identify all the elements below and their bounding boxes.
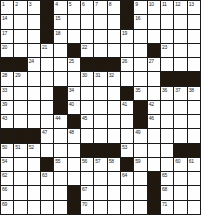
black-square-r11-c9 xyxy=(108,144,120,157)
cell-r6-c5[interactable] xyxy=(54,72,66,85)
cell-r14-c10[interactable] xyxy=(121,186,133,199)
clue-number: 66 xyxy=(2,186,7,192)
cell-r5-c15[interactable] xyxy=(188,58,200,71)
cell-r2-c1[interactable]: 14 xyxy=(1,15,13,28)
clue-number: 51 xyxy=(15,144,20,150)
cell-r12-c9[interactable]: 58 xyxy=(108,158,120,171)
black-square-r15-c6 xyxy=(68,201,80,214)
cell-r9-c13[interactable] xyxy=(161,115,173,128)
cell-r14-c8[interactable] xyxy=(94,186,106,199)
cell-r3-c5[interactable]: 18 xyxy=(54,30,66,43)
cell-r5-c3[interactable]: 24 xyxy=(28,58,40,71)
cell-r1-c5[interactable]: 4 xyxy=(54,1,66,14)
cell-r13-c3[interactable] xyxy=(28,172,40,185)
clue-number: 5 xyxy=(69,1,71,7)
cell-r11-c11[interactable] xyxy=(134,144,146,157)
cell-r8-c9[interactable] xyxy=(108,101,120,114)
cell-r3-c8[interactable] xyxy=(94,30,106,43)
cell-r15-c10[interactable] xyxy=(121,201,133,214)
clue-number: 2 xyxy=(15,1,17,7)
black-square-r11-c8 xyxy=(94,144,106,157)
cell-r7-c2[interactable] xyxy=(14,87,26,100)
black-square-r2-c4 xyxy=(41,15,53,28)
cell-r8-c14[interactable] xyxy=(174,101,186,114)
black-square-r2-c10 xyxy=(121,15,133,28)
clue-number: 8 xyxy=(109,1,111,7)
clue-number: 29 xyxy=(15,72,20,78)
black-square-r8-c5 xyxy=(54,101,66,114)
cell-r15-c14[interactable] xyxy=(174,201,186,214)
clue-number: 71 xyxy=(162,201,167,207)
cell-r3-c11[interactable] xyxy=(134,30,146,43)
cell-r12-c7[interactable]: 56 xyxy=(81,158,93,171)
cell-r7-c1[interactable]: 33 xyxy=(1,87,13,100)
cell-r13-c15[interactable] xyxy=(188,172,200,185)
cell-r4-c10[interactable] xyxy=(121,44,133,57)
clue-number: 70 xyxy=(82,201,87,207)
cell-r8-c6[interactable]: 40 xyxy=(68,101,80,114)
cell-r14-c9[interactable] xyxy=(108,186,120,199)
cell-r12-c14[interactable]: 60 xyxy=(174,158,186,171)
cell-r10-c15[interactable] xyxy=(188,129,200,142)
clue-number: 43 xyxy=(2,115,7,121)
cell-r1-c15[interactable]: 13 xyxy=(188,1,200,14)
clue-number: 64 xyxy=(122,172,127,178)
cell-r3-c6[interactable] xyxy=(68,30,80,43)
cell-r7-c4[interactable] xyxy=(41,87,53,100)
clue-number: 23 xyxy=(162,44,167,50)
cell-r5-c12[interactable]: 27 xyxy=(148,58,160,71)
cell-r2-c7[interactable] xyxy=(81,15,93,28)
cell-r12-c5[interactable]: 55 xyxy=(54,158,66,171)
cell-r3-c7[interactable] xyxy=(81,30,93,43)
black-square-r15-c12 xyxy=(148,201,160,214)
cell-r8-c7[interactable] xyxy=(81,101,93,114)
cell-r12-c13[interactable] xyxy=(161,158,173,171)
clue-number: 57 xyxy=(95,158,100,164)
cell-r6-c1[interactable]: 28 xyxy=(1,72,13,85)
cell-r14-c7[interactable]: 67 xyxy=(81,186,93,199)
cell-r3-c9[interactable] xyxy=(108,30,120,43)
black-square-r5-c7 xyxy=(81,58,93,71)
cell-r14-c11[interactable] xyxy=(134,186,146,199)
cell-r15-c1[interactable]: 69 xyxy=(1,201,13,214)
clue-number: 10 xyxy=(149,1,154,7)
clue-number: 31 xyxy=(95,72,100,78)
cell-r14-c2[interactable] xyxy=(14,186,26,199)
cell-r12-c8[interactable]: 57 xyxy=(94,158,106,171)
black-square-r8-c11 xyxy=(134,101,146,114)
cell-r8-c2[interactable] xyxy=(14,101,26,114)
clue-number: 6 xyxy=(82,1,84,7)
cell-r8-c4[interactable] xyxy=(41,101,53,114)
cell-r8-c1[interactable]: 39 xyxy=(1,101,13,114)
cell-r2-c8[interactable] xyxy=(94,15,106,28)
cell-r10-c14[interactable] xyxy=(174,129,186,142)
cell-r4-c11[interactable] xyxy=(134,44,146,57)
crossword-puzzle: 1234567891011121314151617181920212223242… xyxy=(0,0,201,215)
clue-number: 50 xyxy=(2,144,7,150)
black-square-r4-c6 xyxy=(68,44,80,57)
cell-r3-c1[interactable]: 17 xyxy=(1,30,13,43)
cell-r9-c14[interactable] xyxy=(174,115,186,128)
cell-r12-c15[interactable]: 61 xyxy=(188,158,200,171)
cell-r13-c1[interactable]: 62 xyxy=(1,172,13,185)
cell-r9-c8[interactable] xyxy=(94,115,106,128)
black-square-r5-c1 xyxy=(1,58,13,71)
cell-r9-c9[interactable] xyxy=(108,115,120,128)
clue-number: 27 xyxy=(149,58,154,64)
cell-r10-c7[interactable] xyxy=(81,129,93,142)
clue-number: 68 xyxy=(162,186,167,192)
cell-r12-c6[interactable] xyxy=(68,158,80,171)
cell-r8-c15[interactable] xyxy=(188,101,200,114)
cell-r9-c15[interactable] xyxy=(188,115,200,128)
cell-r13-c5[interactable] xyxy=(54,172,66,185)
clue-number: 9 xyxy=(135,1,137,7)
clue-number: 69 xyxy=(2,201,7,207)
cell-r1-c11[interactable]: 9 xyxy=(134,1,146,14)
cell-r13-c9[interactable] xyxy=(108,172,120,185)
cell-r4-c1[interactable]: 20 xyxy=(1,44,13,57)
clue-number: 44 xyxy=(55,115,60,121)
cell-r1-c8[interactable]: 7 xyxy=(94,1,106,14)
clue-number: 49 xyxy=(135,129,140,135)
clue-number: 14 xyxy=(2,15,7,21)
clue-number: 45 xyxy=(82,115,87,121)
cell-r9-c7[interactable]: 45 xyxy=(81,115,93,128)
cell-r12-c1[interactable]: 54 xyxy=(1,158,13,171)
cell-r9-c10[interactable] xyxy=(121,115,133,128)
cell-r1-c6[interactable]: 5 xyxy=(68,1,80,14)
clue-number: 61 xyxy=(189,158,194,164)
cell-r13-c2[interactable] xyxy=(14,172,26,185)
cell-r7-c15[interactable]: 38 xyxy=(188,87,200,100)
cell-r10-c4[interactable]: 47 xyxy=(41,129,53,142)
clue-number: 62 xyxy=(2,172,7,178)
cell-r14-c14[interactable] xyxy=(174,186,186,199)
black-square-r10-c2 xyxy=(14,129,26,142)
clue-number: 40 xyxy=(69,101,74,107)
clue-number: 55 xyxy=(55,158,60,164)
cell-r3-c2[interactable] xyxy=(14,30,26,43)
cell-r15-c7[interactable]: 70 xyxy=(81,201,93,214)
cell-r7-c7[interactable] xyxy=(81,87,93,100)
cell-r3-c12[interactable] xyxy=(148,30,160,43)
cell-r14-c5[interactable] xyxy=(54,186,66,199)
cell-r2-c12[interactable] xyxy=(148,15,160,28)
cell-r8-c13[interactable] xyxy=(161,101,173,114)
crossword-grid: 1234567891011121314151617181920212223242… xyxy=(0,0,201,215)
cell-r9-c2[interactable] xyxy=(14,115,26,128)
cell-r7-c13[interactable]: 36 xyxy=(161,87,173,100)
clue-number: 25 xyxy=(69,58,74,64)
cell-r6-c4[interactable] xyxy=(41,72,53,85)
cell-r3-c13[interactable] xyxy=(161,30,173,43)
cell-r4-c15[interactable] xyxy=(188,44,200,57)
clue-number: 37 xyxy=(175,87,180,93)
black-square-r7-c5 xyxy=(54,87,66,100)
clue-number: 63 xyxy=(42,172,47,178)
black-square-r14-c6 xyxy=(68,186,80,199)
clue-number: 15 xyxy=(55,15,60,21)
cell-r2-c15[interactable] xyxy=(188,15,200,28)
cell-r3-c10[interactable]: 19 xyxy=(121,30,133,43)
cell-r4-c14[interactable] xyxy=(174,44,186,57)
cell-r11-c10[interactable]: 53 xyxy=(121,144,133,157)
cell-r7-c12[interactable] xyxy=(148,87,160,100)
clue-number: 56 xyxy=(82,158,87,164)
black-square-r10-c3 xyxy=(28,129,40,142)
cell-r6-c3[interactable] xyxy=(28,72,40,85)
clue-number: 53 xyxy=(122,144,127,150)
clue-number: 67 xyxy=(82,186,87,192)
cell-r2-c13[interactable] xyxy=(161,15,173,28)
cell-r13-c8[interactable] xyxy=(94,172,106,185)
cell-r10-c6[interactable]: 48 xyxy=(68,129,80,142)
cell-r6-c12[interactable] xyxy=(148,72,160,85)
cell-r6-c11[interactable] xyxy=(134,72,146,85)
black-square-r14-c12 xyxy=(148,186,160,199)
cell-r10-c13[interactable] xyxy=(161,129,173,142)
clue-number: 22 xyxy=(82,44,87,50)
cell-r5-c5[interactable] xyxy=(54,58,66,71)
black-square-r7-c10 xyxy=(121,87,133,100)
clue-number: 17 xyxy=(2,30,7,36)
cell-r4-c8[interactable] xyxy=(94,44,106,57)
black-square-r6-c15 xyxy=(188,72,200,85)
black-square-r12-c4 xyxy=(41,158,53,171)
cell-r6-c7[interactable]: 30 xyxy=(81,72,93,85)
cell-r6-c9[interactable]: 32 xyxy=(108,72,120,85)
black-square-r11-c7 xyxy=(81,144,93,157)
clue-number: 46 xyxy=(149,115,154,121)
cell-r11-c2[interactable]: 51 xyxy=(14,144,26,157)
cell-r9-c12[interactable]: 46 xyxy=(148,115,160,128)
cell-r13-c14[interactable] xyxy=(174,172,186,185)
black-square-r5-c8 xyxy=(94,58,106,71)
clue-number: 47 xyxy=(42,129,47,135)
cell-r7-c3[interactable] xyxy=(28,87,40,100)
cell-r8-c8[interactable] xyxy=(94,101,106,114)
cell-r4-c9[interactable] xyxy=(108,44,120,57)
cell-r13-c4[interactable]: 63 xyxy=(41,172,53,185)
clue-number: 19 xyxy=(122,30,127,36)
black-square-r5-c9 xyxy=(108,58,120,71)
clue-number: 65 xyxy=(162,172,167,178)
cell-r11-c1[interactable]: 50 xyxy=(1,144,13,157)
cell-r13-c6[interactable] xyxy=(68,172,80,185)
cell-r7-c8[interactable] xyxy=(94,87,106,100)
cell-r15-c5[interactable] xyxy=(54,201,66,214)
clue-number: 4 xyxy=(55,1,57,7)
cell-r5-c6[interactable]: 25 xyxy=(68,58,80,71)
clue-number: 36 xyxy=(162,87,167,93)
clue-number: 21 xyxy=(42,44,47,50)
cell-r4-c7[interactable]: 22 xyxy=(81,44,93,57)
cell-r10-c12[interactable] xyxy=(148,129,160,142)
clue-number: 28 xyxy=(2,72,7,78)
clue-number: 13 xyxy=(189,1,194,7)
cell-r9-c4[interactable] xyxy=(41,115,53,128)
clue-number: 48 xyxy=(69,129,74,135)
clue-number: 3 xyxy=(29,1,31,7)
clue-number: 59 xyxy=(135,158,140,164)
cell-r2-c9[interactable] xyxy=(108,15,120,28)
cell-r6-c2[interactable]: 29 xyxy=(14,72,26,85)
black-square-r1-c10 xyxy=(121,1,133,14)
clue-number: 34 xyxy=(69,87,74,93)
cell-r4-c2[interactable] xyxy=(14,44,26,57)
cell-r15-c4[interactable] xyxy=(41,201,53,214)
cell-r11-c3[interactable]: 52 xyxy=(28,144,40,157)
clue-number: 38 xyxy=(189,87,194,93)
cell-r3-c14[interactable] xyxy=(174,30,186,43)
black-square-r6-c14 xyxy=(174,72,186,85)
cell-r7-c9[interactable] xyxy=(108,87,120,100)
cell-r15-c11[interactable] xyxy=(134,201,146,214)
cell-r10-c9[interactable] xyxy=(108,129,120,142)
black-square-r11-c15 xyxy=(188,144,200,157)
black-square-r12-c10 xyxy=(121,158,133,171)
cell-r2-c14[interactable] xyxy=(174,15,186,28)
cell-r8-c3[interactable] xyxy=(28,101,40,114)
cell-r5-c14[interactable] xyxy=(174,58,186,71)
cell-r7-c11[interactable]: 35 xyxy=(134,87,146,100)
cell-r13-c7[interactable] xyxy=(81,172,93,185)
cell-r13-c11[interactable] xyxy=(134,172,146,185)
cell-r15-c3[interactable] xyxy=(28,201,40,214)
clue-number: 42 xyxy=(149,101,154,107)
cell-r10-c10[interactable] xyxy=(121,129,133,142)
cell-r11-c6[interactable] xyxy=(68,144,80,157)
cell-r8-c12[interactable]: 42 xyxy=(148,101,160,114)
cell-r6-c6[interactable] xyxy=(68,72,80,85)
clue-number: 20 xyxy=(2,44,7,50)
clue-number: 60 xyxy=(175,158,180,164)
cell-r5-c10[interactable]: 26 xyxy=(121,58,133,71)
black-square-r5-c2 xyxy=(14,58,26,71)
clue-number: 41 xyxy=(122,101,127,107)
clue-number: 1 xyxy=(2,1,4,7)
cell-r12-c11[interactable]: 59 xyxy=(134,158,146,171)
cell-r4-c3[interactable] xyxy=(28,44,40,57)
cell-r13-c13[interactable]: 65 xyxy=(161,172,173,185)
cell-r14-c4[interactable] xyxy=(41,186,53,199)
clue-number: 24 xyxy=(29,58,34,64)
cell-r14-c3[interactable] xyxy=(28,186,40,199)
clue-number: 52 xyxy=(29,144,34,150)
cell-r10-c8[interactable] xyxy=(94,129,106,142)
cell-r3-c3[interactable] xyxy=(28,30,40,43)
clue-number: 39 xyxy=(2,101,7,107)
cell-r11-c4[interactable] xyxy=(41,144,53,157)
clue-number: 33 xyxy=(2,87,7,93)
cell-r2-c11[interactable]: 16 xyxy=(134,15,146,28)
cell-r12-c2[interactable] xyxy=(14,158,26,171)
cell-r7-c14[interactable]: 37 xyxy=(174,87,186,100)
cell-r1-c7[interactable]: 6 xyxy=(81,1,93,14)
cell-r6-c8[interactable]: 31 xyxy=(94,72,106,85)
clue-number: 32 xyxy=(109,72,114,78)
cell-r11-c5[interactable] xyxy=(54,144,66,157)
cell-r14-c15[interactable] xyxy=(188,186,200,199)
cell-r2-c5[interactable]: 15 xyxy=(54,15,66,28)
clue-number: 16 xyxy=(135,15,140,21)
cell-r8-c10[interactable]: 41 xyxy=(121,101,133,114)
black-square-r3-c4 xyxy=(41,30,53,43)
cell-r1-c3[interactable]: 3 xyxy=(28,1,40,14)
cell-r15-c2[interactable] xyxy=(14,201,26,214)
clue-number: 35 xyxy=(135,87,140,93)
cell-r1-c14[interactable]: 12 xyxy=(174,1,186,14)
cell-r9-c5[interactable]: 44 xyxy=(54,115,66,128)
cell-r11-c13[interactable] xyxy=(161,144,173,157)
cell-r9-c3[interactable] xyxy=(28,115,40,128)
black-square-r1-c4 xyxy=(41,1,53,14)
cell-r3-c15[interactable] xyxy=(188,30,200,43)
cell-r14-c13[interactable]: 68 xyxy=(161,186,173,199)
cell-r9-c1[interactable]: 43 xyxy=(1,115,13,128)
clue-number: 54 xyxy=(2,158,7,164)
clue-number: 12 xyxy=(175,1,180,7)
cell-r1-c9[interactable]: 8 xyxy=(108,1,120,14)
black-square-r10-c1 xyxy=(1,129,13,142)
cell-r1-c1[interactable]: 1 xyxy=(1,1,13,14)
cell-r5-c11[interactable] xyxy=(134,58,146,71)
black-square-r4-c12 xyxy=(148,44,160,57)
clue-number: 18 xyxy=(55,30,60,36)
clue-number: 30 xyxy=(82,72,87,78)
cell-r2-c2[interactable] xyxy=(14,15,26,28)
cell-r15-c15[interactable] xyxy=(188,201,200,214)
cell-r4-c4[interactable]: 21 xyxy=(41,44,53,57)
black-square-r6-c13 xyxy=(161,72,173,85)
cell-r10-c5[interactable] xyxy=(54,129,66,142)
cell-r5-c13[interactable] xyxy=(161,58,173,71)
cell-r11-c12[interactable] xyxy=(148,144,160,157)
cell-r1-c12[interactable]: 10 xyxy=(148,1,160,14)
cell-r15-c9[interactable] xyxy=(108,201,120,214)
cell-r15-c8[interactable] xyxy=(94,201,106,214)
cell-r2-c6[interactable] xyxy=(68,15,80,28)
black-square-r9-c11 xyxy=(134,115,146,128)
clue-number: 11 xyxy=(162,1,167,7)
black-square-r13-c12 xyxy=(148,172,160,185)
black-square-r9-c6 xyxy=(68,115,80,128)
cell-r5-c4[interactable] xyxy=(41,58,53,71)
cell-r14-c1[interactable]: 66 xyxy=(1,186,13,199)
cell-r1-c13[interactable]: 11 xyxy=(161,1,173,14)
cell-r15-c13[interactable]: 71 xyxy=(161,201,173,214)
cell-r4-c5[interactable] xyxy=(54,44,66,57)
black-square-r11-c14 xyxy=(174,144,186,157)
cell-r10-c11[interactable]: 49 xyxy=(134,129,146,142)
cell-r13-c10[interactable]: 64 xyxy=(121,172,133,185)
cell-r6-c10[interactable] xyxy=(121,72,133,85)
cell-r12-c12[interactable] xyxy=(148,158,160,171)
cell-r7-c6[interactable]: 34 xyxy=(68,87,80,100)
cell-r1-c2[interactable]: 2 xyxy=(14,1,26,14)
clue-number: 58 xyxy=(109,158,114,164)
clue-number: 7 xyxy=(95,1,97,7)
cell-r2-c3[interactable] xyxy=(28,15,40,28)
cell-r4-c13[interactable]: 23 xyxy=(161,44,173,57)
cell-r12-c3[interactable] xyxy=(28,158,40,171)
clue-number: 26 xyxy=(122,58,127,64)
